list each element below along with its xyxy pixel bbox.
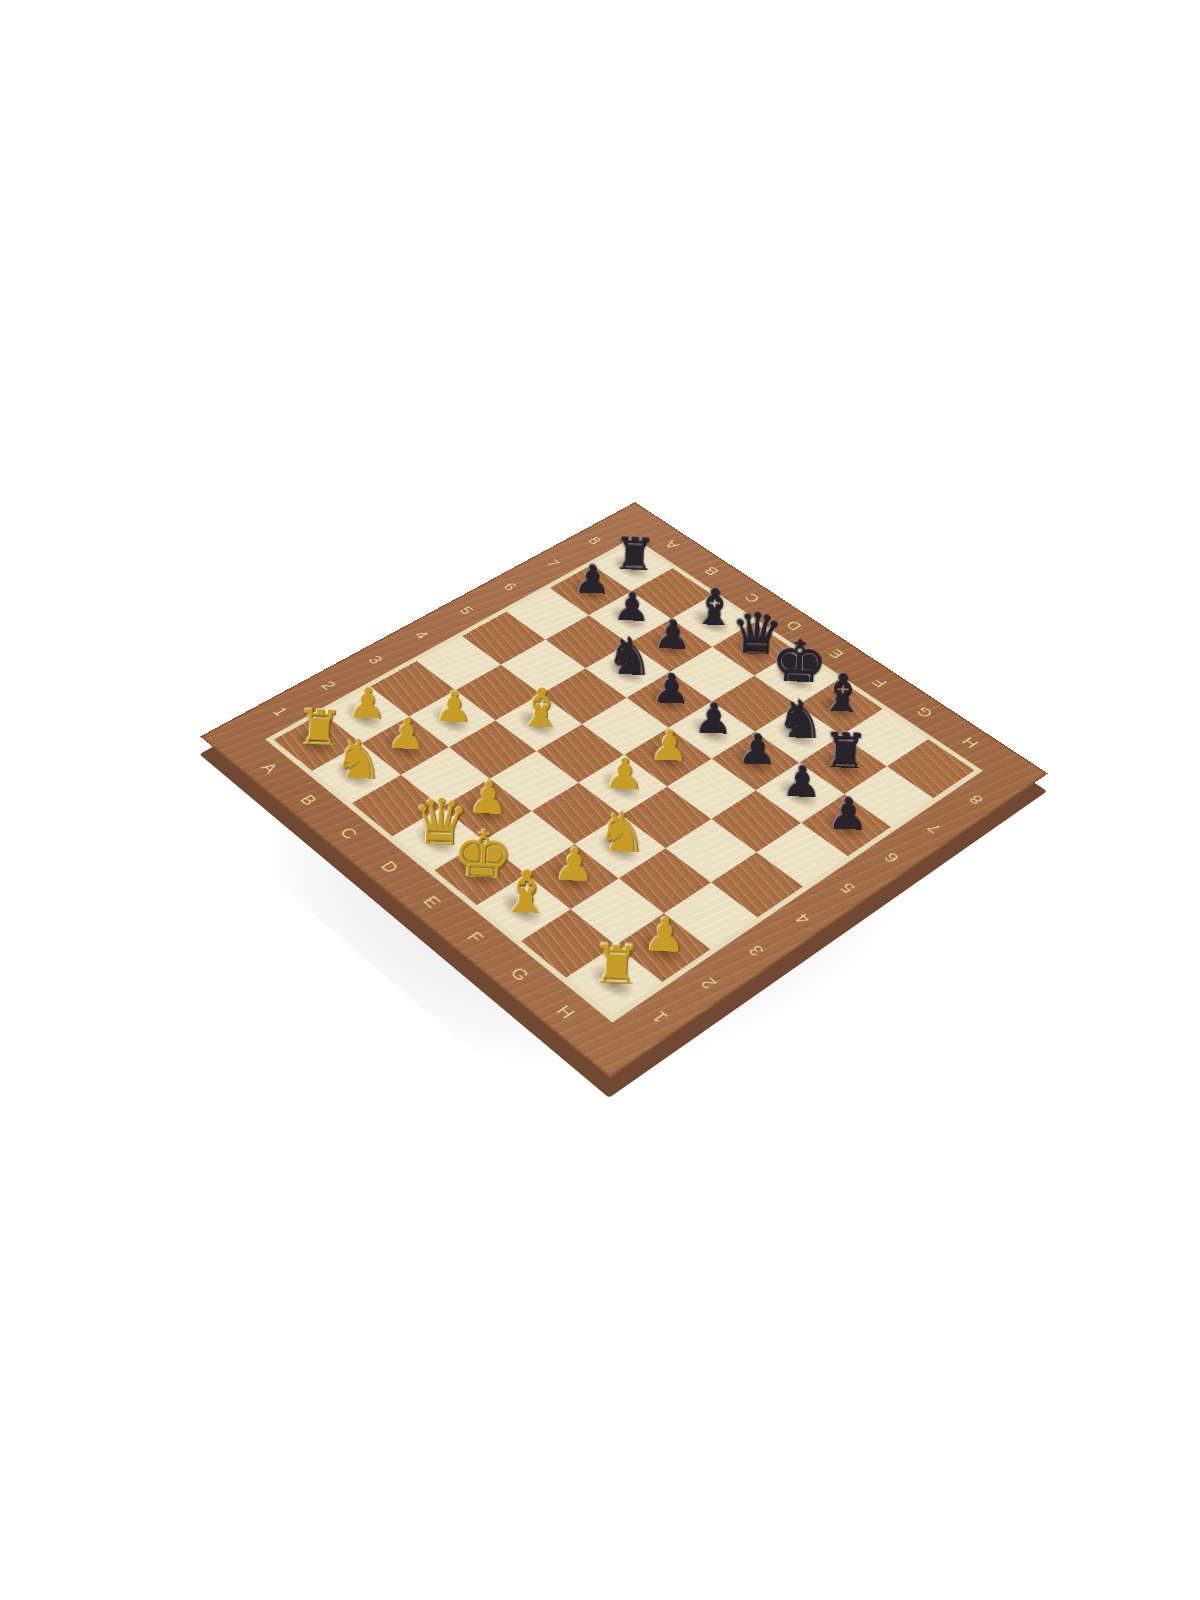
piece-gold-knight-b1[interactable]: ♞ <box>333 731 385 789</box>
piece-black-knight-c6[interactable]: ♞ <box>605 630 655 685</box>
rank-label-1-west: 1 <box>262 700 299 725</box>
rank-label-4-west: 4 <box>404 624 440 647</box>
file-label-c-south: C <box>329 820 368 848</box>
squares-grid: ♜♝♛♚♝♟♟♟♞♜♞♟♟♟♟♟♟♝♟♟♞♟♟♟♟♟♜♞♛♚♝♜ <box>274 542 975 1016</box>
rank-label-8-east: 8 <box>957 786 996 813</box>
rank-label-8-west: 8 <box>577 530 612 551</box>
piece-gold-bishop-c4[interactable]: ♝ <box>515 680 567 737</box>
file-label-h-south: H <box>545 997 587 1029</box>
playing-field: ♜♝♛♚♝♟♟♟♞♜♞♟♟♟♟♟♟♝♟♟♞♟♟♟♟♟♜♞♛♚♝♜ <box>265 537 983 1022</box>
rank-label-2-east: 2 <box>688 968 730 999</box>
file-label-f-south: F <box>455 923 496 953</box>
file-label-h-north: H <box>951 729 989 754</box>
file-label-a-north: A <box>655 534 690 555</box>
file-label-a-south: A <box>250 755 288 781</box>
rank-label-6-east: 6 <box>872 843 912 871</box>
rank-label-3-east: 3 <box>736 935 777 965</box>
piece-gold-pawn-a2[interactable]: ♟ <box>347 682 388 727</box>
rank-label-3-west: 3 <box>357 648 393 672</box>
photo-stage: ♜♝♛♚♝♟♟♟♞♜♞♟♟♟♟♟♟♝♟♟♞♟♟♟♟♟♜♞♛♚♝♜ AABBCCD… <box>0 0 1200 1600</box>
file-label-d-south: D <box>370 853 410 881</box>
chess-board: ♜♝♛♚♝♟♟♟♞♜♞♟♟♟♟♟♟♝♟♟♞♟♟♟♟♟♜♞♛♚♝♜ AABBCCD… <box>200 502 1048 1078</box>
file-label-e-south: E <box>412 888 452 917</box>
board-wooden-border: ♜♝♛♚♝♟♟♟♞♜♞♟♟♟♟♟♟♝♟♟♞♟♟♟♟♟♜♞♛♚♝♜ AABBCCD… <box>200 502 1048 1078</box>
rank-label-7-east: 7 <box>915 814 954 841</box>
rank-label-6-west: 6 <box>493 576 528 598</box>
rank-label-2-west: 2 <box>310 674 347 698</box>
rank-label-5-east: 5 <box>827 873 867 902</box>
file-label-g-south: G <box>499 959 541 990</box>
square-h8[interactable] <box>887 739 975 798</box>
rank-label-1-east: 1 <box>639 1001 681 1033</box>
file-label-b-south: B <box>289 787 328 814</box>
file-label-g-north: G <box>906 699 943 724</box>
rank-label-5-west: 5 <box>449 599 485 622</box>
rank-label-7-west: 7 <box>535 553 570 575</box>
piece-gold-pawn-b2[interactable]: ♟ <box>386 712 427 758</box>
rank-label-4-east: 4 <box>782 904 823 933</box>
